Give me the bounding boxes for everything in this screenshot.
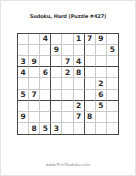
cell-r9c9 (107, 123, 118, 134)
cell-r5c9 (107, 78, 118, 89)
cell-r5c3 (40, 78, 51, 89)
cell-r9c6 (74, 123, 85, 134)
cell-r6c9 (107, 90, 118, 101)
cell-r7c2 (29, 101, 40, 112)
cell-r4c9 (107, 67, 118, 78)
cell-r4c8 (96, 67, 107, 78)
cell-r8c8 (96, 112, 107, 123)
cell-r2c3 (40, 45, 51, 56)
cell-r3c6: 4 (74, 56, 85, 67)
cell-r5c1 (18, 78, 29, 89)
cell-r1c6: 1 (74, 34, 85, 45)
cell-r1c1 (18, 34, 29, 45)
cell-r8c9 (107, 112, 118, 123)
sudoku-grid: 41799539744628257625978853 (17, 33, 119, 135)
footer-url: www.PrintSudoku.com (0, 162, 136, 167)
cell-r2c8 (96, 45, 107, 56)
cell-r1c2 (29, 34, 40, 45)
cell-r5c7 (85, 78, 96, 89)
cell-r1c9 (107, 34, 118, 45)
cell-r6c6 (74, 90, 85, 101)
cell-r6c8: 6 (96, 90, 107, 101)
cell-r3c9 (107, 56, 118, 67)
cell-r9c7 (85, 123, 96, 134)
cell-r1c3: 4 (40, 34, 51, 45)
cell-r4c6: 8 (74, 67, 85, 78)
cell-r5c5 (62, 78, 73, 89)
cell-r1c4 (51, 34, 62, 45)
cell-r8c3 (40, 112, 51, 123)
cell-r4c1: 4 (18, 67, 29, 78)
cell-r7c4 (51, 101, 62, 112)
cell-r4c7 (85, 67, 96, 78)
cell-r2c4: 9 (51, 45, 62, 56)
cell-r9c3: 5 (40, 123, 51, 134)
cell-r3c4 (51, 56, 62, 67)
cell-r5c4 (51, 78, 62, 89)
cell-r4c3: 6 (40, 67, 51, 78)
cell-r6c3 (40, 90, 51, 101)
cell-r4c5: 2 (62, 67, 73, 78)
cell-r3c2: 9 (29, 56, 40, 67)
cell-r9c4: 3 (51, 123, 62, 134)
cell-r2c5 (62, 45, 73, 56)
cell-r6c5 (62, 90, 73, 101)
cell-r6c4 (51, 90, 62, 101)
cell-r7c5 (62, 101, 73, 112)
cell-r7c8: 5 (96, 101, 107, 112)
cell-r8c6: 7 (74, 112, 85, 123)
cell-r9c5 (62, 123, 73, 134)
cell-r6c1: 5 (18, 90, 29, 101)
cell-r8c7: 8 (85, 112, 96, 123)
cell-r6c2: 7 (29, 90, 40, 101)
cell-r7c1 (18, 101, 29, 112)
cell-r3c7 (85, 56, 96, 67)
cell-r4c4 (51, 67, 62, 78)
cell-r2c2 (29, 45, 40, 56)
cell-r5c6 (74, 78, 85, 89)
cell-r7c9 (107, 101, 118, 112)
cell-r3c3 (40, 56, 51, 67)
cell-r5c8: 2 (96, 78, 107, 89)
cell-r7c3 (40, 101, 51, 112)
cell-r2c6 (74, 45, 85, 56)
cell-r2c7 (85, 45, 96, 56)
cell-r3c8 (96, 56, 107, 67)
cell-r4c2 (29, 67, 40, 78)
cell-r7c6: 2 (74, 101, 85, 112)
cell-r3c1: 3 (18, 56, 29, 67)
cell-r6c7 (85, 90, 96, 101)
cell-r1c8: 9 (96, 34, 107, 45)
cell-r8c1: 9 (18, 112, 29, 123)
cell-r8c4 (51, 112, 62, 123)
cell-r9c1 (18, 123, 29, 134)
cell-r9c8 (96, 123, 107, 134)
cell-r1c5 (62, 34, 73, 45)
cell-r8c2 (29, 112, 40, 123)
cell-r2c1 (18, 45, 29, 56)
cell-r2c9: 5 (107, 45, 118, 56)
cell-r8c5 (62, 112, 73, 123)
cell-r1c7: 7 (85, 34, 96, 45)
cell-r7c7 (85, 101, 96, 112)
cell-r5c2 (29, 78, 40, 89)
page-title: Sudoku, Hard (Puzzle #427) (0, 13, 136, 19)
cell-r3c5: 7 (62, 56, 73, 67)
cell-r9c2: 8 (29, 123, 40, 134)
